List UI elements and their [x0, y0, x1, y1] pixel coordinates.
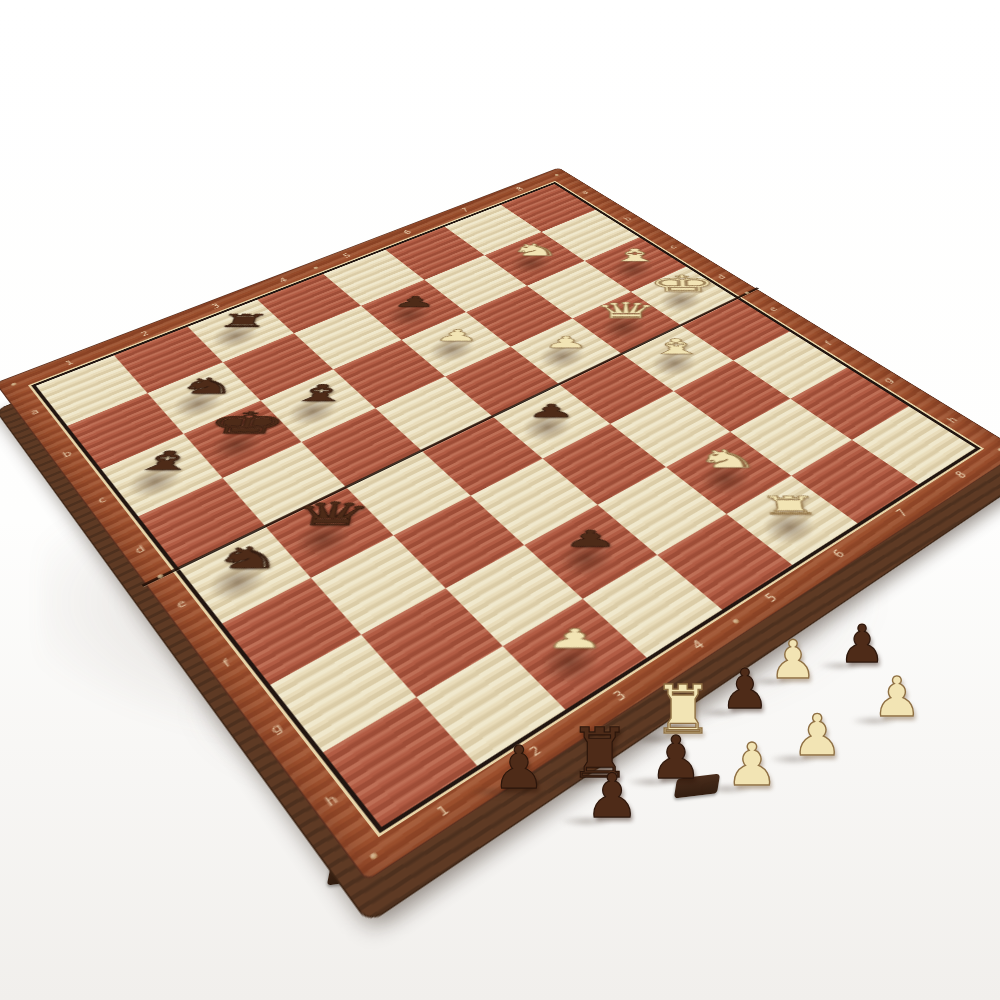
tray-piece-white-pawn: ♟ — [791, 707, 842, 764]
piece-white-king-d8: ♚ — [647, 272, 719, 295]
piece-dark-pawn-e5: ♟ — [526, 402, 576, 420]
tray-piece-dark-pawn: ♟ — [650, 728, 703, 787]
tray-piece-dark-pawn: ♟ — [720, 662, 769, 717]
tray-piece-dark-pawn: ♟ — [585, 765, 640, 826]
tray-piece-dark-pawn: ♟ — [493, 738, 546, 797]
tray-piece-white-pawn: ♟ — [872, 670, 921, 725]
tray-piece-dark-pawn: ♟ — [839, 618, 886, 670]
piece-white-pawn-d6: ♟ — [543, 334, 590, 350]
tray-piece-white-pawn: ♟ — [726, 735, 779, 794]
piece-dark-pawn-b5: ♟ — [391, 294, 438, 309]
piece-dark-rook-a3: ♜ — [214, 312, 273, 330]
product-photo-scene: 11aa22bb33cc44dd55ee66ff77gg88hh ♝♚♞♛♝♟♞… — [0, 0, 1000, 1000]
piece-dark-knight-b2: ♞ — [173, 375, 242, 397]
piece-white-pawn-c5: ♟ — [433, 328, 481, 344]
piece-white-bishop-c8: ♝ — [607, 247, 662, 264]
piece-white-knight-b7: ♞ — [508, 242, 562, 258]
piece-dark-bishop-c3: ♝ — [286, 382, 355, 405]
piece-white-queen-d7: ♛ — [593, 300, 660, 322]
piece-white-bishop-e7: ♝ — [646, 336, 708, 357]
tray-piece-white-pawn: ♟ — [769, 633, 817, 686]
